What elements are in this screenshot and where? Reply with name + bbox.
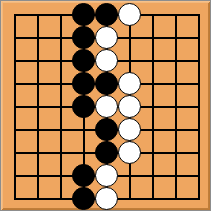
black-stone: ● — [72, 72, 95, 95]
white-stone: ○ — [95, 49, 118, 72]
board-point[interactable] — [72, 141, 95, 164]
go-board: ●●○●○●○●●○●○○●○●○●○●○ — [0, 0, 211, 211]
board-point[interactable]: ○ — [95, 26, 118, 49]
board-point[interactable]: ○ — [95, 187, 118, 210]
board-point[interactable] — [187, 49, 210, 72]
board-point[interactable] — [26, 72, 49, 95]
board-point[interactable]: ● — [95, 3, 118, 26]
board-point[interactable]: ● — [95, 141, 118, 164]
board-point[interactable] — [26, 26, 49, 49]
board-point[interactable] — [72, 118, 95, 141]
black-stone: ● — [72, 95, 95, 118]
board-point[interactable] — [187, 3, 210, 26]
board-point[interactable] — [187, 72, 210, 95]
board-point[interactable]: ○ — [118, 118, 141, 141]
board-point[interactable] — [118, 49, 141, 72]
board-point[interactable] — [3, 141, 26, 164]
board-point[interactable] — [118, 26, 141, 49]
board-point[interactable] — [164, 118, 187, 141]
board-point[interactable] — [187, 95, 210, 118]
board-point[interactable] — [141, 164, 164, 187]
board-point[interactable] — [3, 72, 26, 95]
board-point[interactable] — [26, 118, 49, 141]
board-point[interactable]: ○ — [118, 95, 141, 118]
board-point[interactable] — [49, 118, 72, 141]
board-point[interactable] — [187, 118, 210, 141]
board-point[interactable] — [3, 164, 26, 187]
board-point[interactable] — [49, 49, 72, 72]
black-stone: ● — [72, 3, 95, 26]
black-stone: ● — [72, 164, 95, 187]
board-point[interactable] — [26, 141, 49, 164]
board-point[interactable]: ● — [72, 3, 95, 26]
board-point[interactable] — [118, 187, 141, 210]
board-point[interactable] — [141, 49, 164, 72]
black-stone: ● — [95, 3, 118, 26]
board-point[interactable] — [187, 26, 210, 49]
white-stone: ○ — [95, 26, 118, 49]
black-stone: ● — [72, 187, 95, 210]
board-point[interactable]: ○ — [118, 72, 141, 95]
black-stone: ● — [72, 49, 95, 72]
board-point[interactable] — [49, 72, 72, 95]
board-point[interactable]: ● — [72, 72, 95, 95]
board-point[interactable] — [141, 187, 164, 210]
board-point[interactable]: ● — [72, 49, 95, 72]
black-stone: ● — [95, 141, 118, 164]
board-point[interactable] — [26, 164, 49, 187]
board-point[interactable] — [187, 141, 210, 164]
board-point[interactable] — [164, 49, 187, 72]
white-stone: ○ — [95, 187, 118, 210]
board-point[interactable]: ● — [95, 118, 118, 141]
board-point[interactable]: ● — [72, 26, 95, 49]
black-stone: ● — [95, 118, 118, 141]
board-point[interactable] — [49, 3, 72, 26]
board-point[interactable]: ○ — [95, 95, 118, 118]
board-point[interactable]: ○ — [95, 164, 118, 187]
white-stone: ○ — [118, 95, 141, 118]
white-stone: ○ — [95, 164, 118, 187]
board-point[interactable] — [3, 95, 26, 118]
white-stone: ○ — [95, 95, 118, 118]
board-point[interactable] — [187, 164, 210, 187]
white-stone: ○ — [118, 141, 141, 164]
board-point[interactable] — [164, 26, 187, 49]
board-point[interactable] — [3, 3, 26, 26]
go-board-grid: ●●○●○●○●●○●○○●○●○●○●○ — [3, 3, 210, 210]
board-point[interactable] — [164, 164, 187, 187]
board-point[interactable] — [3, 118, 26, 141]
board-point[interactable] — [141, 95, 164, 118]
board-point[interactable]: ● — [72, 95, 95, 118]
board-point[interactable] — [164, 3, 187, 26]
board-point[interactable] — [3, 26, 26, 49]
board-point[interactable] — [49, 26, 72, 49]
board-point[interactable] — [3, 187, 26, 210]
board-point[interactable]: ○ — [118, 3, 141, 26]
white-stone: ○ — [118, 3, 141, 26]
black-stone: ● — [72, 26, 95, 49]
board-point[interactable] — [26, 187, 49, 210]
black-stone: ● — [95, 72, 118, 95]
board-point[interactable] — [118, 164, 141, 187]
board-point[interactable] — [187, 187, 210, 210]
board-point[interactable] — [49, 187, 72, 210]
board-point[interactable] — [141, 141, 164, 164]
board-point[interactable] — [141, 3, 164, 26]
board-point[interactable] — [164, 95, 187, 118]
board-point[interactable] — [49, 95, 72, 118]
board-point[interactable] — [26, 3, 49, 26]
board-point[interactable] — [3, 49, 26, 72]
board-point[interactable]: ● — [72, 187, 95, 210]
board-point[interactable] — [141, 26, 164, 49]
white-stone: ○ — [118, 118, 141, 141]
board-point[interactable] — [141, 72, 164, 95]
board-point[interactable] — [49, 141, 72, 164]
board-point[interactable]: ○ — [118, 141, 141, 164]
board-point[interactable] — [26, 49, 49, 72]
board-point[interactable]: ● — [95, 72, 118, 95]
board-point[interactable] — [26, 95, 49, 118]
board-point[interactable] — [164, 141, 187, 164]
board-point[interactable] — [49, 164, 72, 187]
board-point[interactable]: ● — [72, 164, 95, 187]
board-point[interactable]: ○ — [95, 49, 118, 72]
board-point[interactable] — [164, 187, 187, 210]
board-point[interactable] — [141, 118, 164, 141]
white-stone: ○ — [118, 72, 141, 95]
board-point[interactable] — [164, 72, 187, 95]
